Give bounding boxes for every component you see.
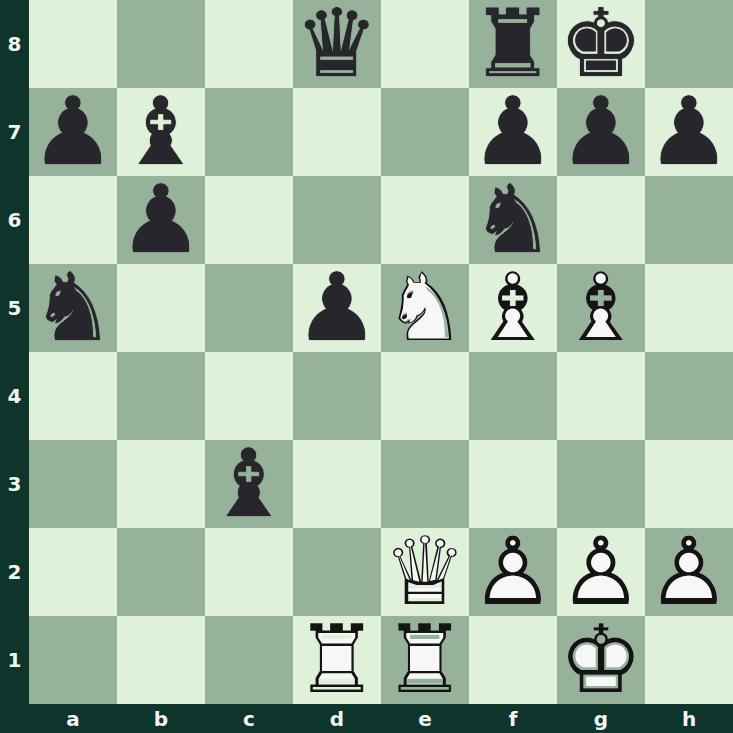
file-label-c: c	[205, 704, 293, 733]
square-e5[interactable]: ♞♘	[381, 264, 469, 352]
white-queen-outline-icon: ♕	[381, 528, 469, 616]
black-pawn-icon: ♟	[557, 88, 645, 176]
black-bishop-icon: ♝	[205, 440, 293, 528]
square-a7[interactable]: ♟	[29, 88, 117, 176]
white-pawn-outline-icon: ♙	[557, 528, 645, 616]
square-c5[interactable]	[205, 264, 293, 352]
square-b4[interactable]	[117, 352, 205, 440]
square-b8[interactable]	[117, 0, 205, 88]
piece-black-bishop[interactable]: ♝	[205, 440, 293, 528]
square-b2[interactable]	[117, 528, 205, 616]
board-frame-corner	[0, 704, 29, 733]
white-knight-outline-icon: ♘	[381, 264, 469, 352]
white-rook-outline-icon: ♖	[293, 616, 381, 704]
piece-white-queen[interactable]: ♛♕	[381, 528, 469, 616]
square-f2[interactable]: ♟♙	[469, 528, 557, 616]
white-bishop-outline-icon: ♗	[469, 264, 557, 352]
square-f8[interactable]: ♜	[469, 0, 557, 88]
square-h2[interactable]: ♟♙	[645, 528, 733, 616]
square-e6[interactable]	[381, 176, 469, 264]
square-h5[interactable]	[645, 264, 733, 352]
rank-label-2: 2	[0, 528, 29, 616]
rank-label-5: 5	[0, 264, 29, 352]
square-d6[interactable]	[293, 176, 381, 264]
piece-white-bishop[interactable]: ♝♗	[557, 264, 645, 352]
square-f3[interactable]	[469, 440, 557, 528]
black-pawn-icon: ♟	[117, 176, 205, 264]
piece-black-knight[interactable]: ♞	[29, 264, 117, 352]
square-e4[interactable]	[381, 352, 469, 440]
black-queen-icon: ♛	[293, 0, 381, 88]
file-label-a: a	[29, 704, 117, 733]
square-h3[interactable]	[645, 440, 733, 528]
file-label-h: h	[645, 704, 733, 733]
square-c1[interactable]	[205, 616, 293, 704]
square-b7[interactable]: ♝	[117, 88, 205, 176]
white-rook-outline-icon: ♖	[381, 616, 469, 704]
black-pawn-icon: ♟	[645, 88, 733, 176]
square-g2[interactable]: ♟♙	[557, 528, 645, 616]
piece-black-pawn[interactable]: ♟	[645, 88, 733, 176]
piece-white-rook[interactable]: ♜♖	[293, 616, 381, 704]
piece-black-queen[interactable]: ♛	[293, 0, 381, 88]
square-a8[interactable]	[29, 0, 117, 88]
piece-black-pawn[interactable]: ♟	[469, 88, 557, 176]
square-b6[interactable]: ♟	[117, 176, 205, 264]
rank-label-7: 7	[0, 88, 29, 176]
white-king-outline-icon: ♔	[557, 616, 645, 704]
piece-white-bishop[interactable]: ♝♗	[469, 264, 557, 352]
square-g3[interactable]	[557, 440, 645, 528]
square-c2[interactable]	[205, 528, 293, 616]
square-e8[interactable]	[381, 0, 469, 88]
square-h4[interactable]	[645, 352, 733, 440]
piece-white-king[interactable]: ♚♔	[557, 616, 645, 704]
square-c7[interactable]	[205, 88, 293, 176]
rank-label-8: 8	[0, 0, 29, 88]
file-label-b: b	[117, 704, 205, 733]
square-c8[interactable]	[205, 0, 293, 88]
black-bishop-icon: ♝	[117, 88, 205, 176]
piece-black-rook[interactable]: ♜	[469, 0, 557, 88]
square-d1[interactable]: ♜♖	[293, 616, 381, 704]
piece-white-rook[interactable]: ♜♖	[381, 616, 469, 704]
rank-label-6: 6	[0, 176, 29, 264]
square-a3[interactable]	[29, 440, 117, 528]
square-b5[interactable]	[117, 264, 205, 352]
white-bishop-outline-icon: ♗	[557, 264, 645, 352]
rank-label-4: 4	[0, 352, 29, 440]
rank-label-1: 1	[0, 616, 29, 704]
square-a4[interactable]	[29, 352, 117, 440]
square-g8[interactable]: ♚	[557, 0, 645, 88]
piece-black-pawn[interactable]: ♟	[557, 88, 645, 176]
file-label-f: f	[469, 704, 557, 733]
black-knight-icon: ♞	[29, 264, 117, 352]
black-king-icon: ♚	[557, 0, 645, 88]
square-g7[interactable]: ♟	[557, 88, 645, 176]
black-knight-icon: ♞	[469, 176, 557, 264]
square-g5[interactable]: ♝♗	[557, 264, 645, 352]
square-g6[interactable]	[557, 176, 645, 264]
square-d4[interactable]	[293, 352, 381, 440]
square-a1[interactable]	[29, 616, 117, 704]
piece-white-pawn[interactable]: ♟♙	[469, 528, 557, 616]
square-c3[interactable]: ♝	[205, 440, 293, 528]
piece-white-pawn[interactable]: ♟♙	[557, 528, 645, 616]
square-d7[interactable]	[293, 88, 381, 176]
chess-board: 8♛♜♚7♟♝♟♟♟6♟♞5♞♟♞♘♝♗♝♗43♝2♛♕♟♙♟♙♟♙1♜♖♜♖♚…	[0, 0, 733, 733]
piece-black-pawn[interactable]: ♟	[117, 176, 205, 264]
square-h1[interactable]	[645, 616, 733, 704]
square-f6[interactable]: ♞	[469, 176, 557, 264]
piece-black-pawn[interactable]: ♟	[29, 88, 117, 176]
white-pawn-outline-icon: ♙	[645, 528, 733, 616]
square-f4[interactable]	[469, 352, 557, 440]
square-f1[interactable]	[469, 616, 557, 704]
square-h6[interactable]	[645, 176, 733, 264]
square-h8[interactable]	[645, 0, 733, 88]
piece-black-knight[interactable]: ♞	[469, 176, 557, 264]
square-e1[interactable]: ♜♖	[381, 616, 469, 704]
square-c6[interactable]	[205, 176, 293, 264]
square-b1[interactable]	[117, 616, 205, 704]
square-c4[interactable]	[205, 352, 293, 440]
square-d8[interactable]: ♛	[293, 0, 381, 88]
square-g4[interactable]	[557, 352, 645, 440]
black-rook-icon: ♜	[469, 0, 557, 88]
square-e3[interactable]	[381, 440, 469, 528]
black-pawn-icon: ♟	[469, 88, 557, 176]
square-f7[interactable]: ♟	[469, 88, 557, 176]
square-h7[interactable]: ♟	[645, 88, 733, 176]
piece-white-pawn[interactable]: ♟♙	[645, 528, 733, 616]
square-d3[interactable]	[293, 440, 381, 528]
square-b3[interactable]	[117, 440, 205, 528]
square-e2[interactable]: ♛♕	[381, 528, 469, 616]
piece-black-king[interactable]: ♚	[557, 0, 645, 88]
rank-label-3: 3	[0, 440, 29, 528]
piece-black-bishop[interactable]: ♝	[117, 88, 205, 176]
piece-white-knight[interactable]: ♞♘	[381, 264, 469, 352]
black-pawn-icon: ♟	[29, 88, 117, 176]
chess-app: 8♛♜♚7♟♝♟♟♟6♟♞5♞♟♞♘♝♗♝♗43♝2♛♕♟♙♟♙♟♙1♜♖♜♖♚…	[0, 0, 733, 733]
square-g1[interactable]: ♚♔	[557, 616, 645, 704]
white-pawn-outline-icon: ♙	[469, 528, 557, 616]
square-a2[interactable]	[29, 528, 117, 616]
square-f5[interactable]: ♝♗	[469, 264, 557, 352]
square-d5[interactable]: ♟	[293, 264, 381, 352]
square-e7[interactable]	[381, 88, 469, 176]
piece-black-pawn[interactable]: ♟	[293, 264, 381, 352]
black-pawn-icon: ♟	[293, 264, 381, 352]
square-a6[interactable]	[29, 176, 117, 264]
square-a5[interactable]: ♞	[29, 264, 117, 352]
square-d2[interactable]	[293, 528, 381, 616]
